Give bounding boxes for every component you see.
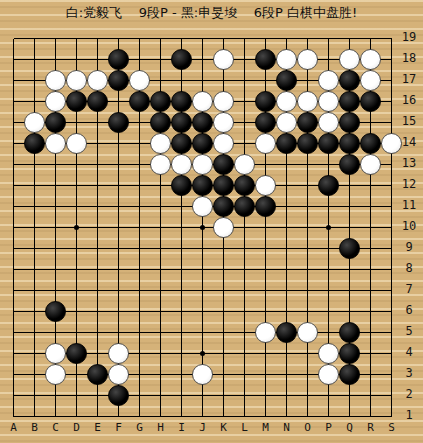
go-board-screenshot: 白:党毅飞 9段P - 黑:申旻埈 6段P 白棋中盘胜! ABCDEFGHIJK… [0,0,423,443]
stone-white [318,70,339,91]
stone-white [66,133,87,154]
stone-white [45,70,66,91]
stone-white [360,154,381,175]
row-label: 12 [398,177,420,191]
stone-white [213,91,234,112]
row-label: 13 [398,156,420,170]
stone-black [150,91,171,112]
column-label: F [108,421,129,434]
stone-black [171,112,192,133]
row-label: 11 [398,198,420,212]
row-label: 2 [398,387,420,401]
stone-black [318,175,339,196]
stone-white [297,91,318,112]
star-point [74,225,79,230]
stone-black [171,133,192,154]
stone-black [24,133,45,154]
column-label: D [66,421,87,434]
row-label: 10 [398,219,420,233]
stone-black [66,343,87,364]
stone-black [129,91,150,112]
stone-black [255,112,276,133]
stone-black [87,364,108,385]
stone-white [255,322,276,343]
stone-black [234,196,255,217]
row-label: 3 [398,366,420,380]
column-label: C [45,421,66,434]
column-label: P [318,421,339,434]
stone-white [339,49,360,70]
stone-white [213,49,234,70]
stone-black [192,175,213,196]
stone-black [213,154,234,175]
stone-black [339,91,360,112]
stone-black [192,133,213,154]
row-label: 9 [398,240,420,254]
row-label: 1 [398,408,420,422]
stone-black [339,322,360,343]
stone-black [276,70,297,91]
stone-black [297,133,318,154]
stone-black [297,112,318,133]
stone-black [255,91,276,112]
stone-white [150,133,171,154]
stone-white [360,49,381,70]
stone-black [171,49,192,70]
stone-black [339,70,360,91]
stone-black [171,175,192,196]
stone-black [108,49,129,70]
column-label: H [150,421,171,434]
star-point [200,351,205,356]
stone-black [255,196,276,217]
stone-black [108,70,129,91]
stone-black [171,91,192,112]
column-label: M [255,421,276,434]
stone-white [171,154,192,175]
stone-white [360,70,381,91]
stone-black [339,343,360,364]
stone-white [66,70,87,91]
stone-black [339,133,360,154]
column-label: J [192,421,213,434]
stone-white [108,343,129,364]
column-label: Q [339,421,360,434]
stone-black [213,196,234,217]
stone-black [108,385,129,406]
stone-white [318,91,339,112]
stone-black [360,91,381,112]
stone-black [339,112,360,133]
column-label: O [297,421,318,434]
row-label: 15 [398,114,420,128]
stone-white [276,112,297,133]
star-point [326,225,331,230]
stone-black [108,112,129,133]
stone-white [213,112,234,133]
stone-black [339,238,360,259]
row-label: 16 [398,93,420,107]
stone-white [213,217,234,238]
stone-black [213,175,234,196]
row-label: 4 [398,345,420,359]
stone-black [360,133,381,154]
stone-white [45,91,66,112]
row-label: 14 [398,135,420,149]
row-label: 7 [398,282,420,296]
stone-white [297,49,318,70]
stone-white [192,196,213,217]
row-label: 17 [398,72,420,86]
stone-black [318,133,339,154]
stone-white [255,175,276,196]
stone-black [234,175,255,196]
stone-white [108,364,129,385]
stone-black [45,112,66,133]
stone-black [66,91,87,112]
column-label: N [276,421,297,434]
stone-white [318,343,339,364]
stone-black [339,154,360,175]
column-label: I [171,421,192,434]
stone-white [213,133,234,154]
column-label: A [3,421,24,434]
stone-white [192,91,213,112]
stone-white [318,112,339,133]
stone-black [87,91,108,112]
stone-white [192,364,213,385]
row-label: 6 [398,303,420,317]
column-label: B [24,421,45,434]
column-label: L [234,421,255,434]
stone-white [276,49,297,70]
stone-white [45,364,66,385]
stone-white [318,364,339,385]
stone-white [150,154,171,175]
stone-black [150,112,171,133]
stone-white [276,91,297,112]
star-point [200,225,205,230]
column-label: K [213,421,234,434]
stone-black [255,49,276,70]
column-label: G [129,421,150,434]
stone-white [297,322,318,343]
stone-white [129,70,150,91]
row-label: 18 [398,51,420,65]
stone-black [192,112,213,133]
stone-white [24,112,45,133]
column-label: S [381,421,402,434]
row-label: 5 [398,324,420,338]
stone-white [87,70,108,91]
stone-white [192,154,213,175]
column-label: E [87,421,108,434]
stone-white [255,133,276,154]
stone-black [45,301,66,322]
stone-white [45,343,66,364]
stone-black [339,364,360,385]
stone-white [45,133,66,154]
row-label: 8 [398,261,420,275]
column-label: R [360,421,381,434]
stone-black [276,322,297,343]
stone-black [276,133,297,154]
row-label: 19 [398,30,420,44]
stone-white [234,154,255,175]
